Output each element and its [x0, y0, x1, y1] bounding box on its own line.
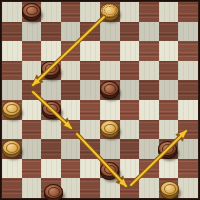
light-square [139, 139, 159, 159]
light-square [41, 41, 61, 61]
square-13[interactable] [100, 41, 120, 61]
light-square [22, 100, 42, 120]
light-square [159, 120, 179, 140]
square-18[interactable] [80, 61, 100, 81]
piece-ring [45, 64, 57, 74]
square-28[interactable] [80, 100, 100, 120]
light-square [22, 178, 42, 198]
square-6[interactable] [2, 22, 22, 42]
light-square [22, 22, 42, 42]
light-square [139, 22, 159, 42]
square-31[interactable] [22, 120, 42, 140]
square-44[interactable] [139, 159, 159, 179]
light-square [61, 178, 81, 198]
square-16[interactable] [2, 61, 22, 81]
light-square [80, 80, 100, 100]
piece-ring [162, 144, 174, 154]
light-square [100, 61, 120, 81]
light-square [2, 41, 22, 61]
black-man-square-40[interactable] [158, 141, 177, 159]
square-25[interactable] [178, 80, 198, 100]
light-square [61, 61, 81, 81]
light-square [178, 178, 198, 198]
square-30[interactable] [159, 100, 179, 120]
light-square [139, 100, 159, 120]
draughts-board-frame [0, 0, 200, 200]
light-square [2, 159, 22, 179]
square-29[interactable] [120, 100, 140, 120]
square-21[interactable] [22, 80, 42, 100]
white-man-square-26[interactable] [2, 101, 21, 119]
light-square [100, 22, 120, 42]
square-15[interactable] [178, 41, 198, 61]
square-49[interactable] [120, 178, 140, 198]
light-square [159, 159, 179, 179]
black-man-square-1[interactable] [22, 3, 41, 21]
square-19[interactable] [120, 61, 140, 81]
square-24[interactable] [139, 80, 159, 100]
piece-ring [46, 104, 58, 114]
light-square [61, 139, 81, 159]
light-square [139, 178, 159, 198]
light-square [22, 61, 42, 81]
square-4[interactable] [139, 2, 159, 22]
light-square [159, 80, 179, 100]
square-37[interactable] [41, 139, 61, 159]
light-square [100, 178, 120, 198]
square-8[interactable] [80, 22, 100, 42]
light-square [2, 2, 22, 22]
light-square [120, 80, 140, 100]
square-42[interactable] [61, 159, 81, 179]
light-square [139, 61, 159, 81]
white-king-square-3[interactable] [100, 3, 119, 21]
square-5[interactable] [178, 2, 198, 22]
square-2[interactable] [61, 2, 81, 22]
light-square [61, 100, 81, 120]
light-square [61, 22, 81, 42]
light-square [178, 100, 198, 120]
piece-ring [48, 187, 60, 197]
square-12[interactable] [61, 41, 81, 61]
piece-ring [6, 143, 18, 153]
square-45[interactable] [178, 159, 198, 179]
black-man-square-43[interactable] [100, 162, 119, 180]
square-32[interactable] [61, 120, 81, 140]
square-14[interactable] [139, 41, 159, 61]
light-square [22, 139, 42, 159]
white-man-square-33[interactable] [100, 120, 119, 138]
square-20[interactable] [159, 61, 179, 81]
black-man-square-23[interactable] [100, 81, 119, 99]
square-46[interactable] [2, 178, 22, 198]
king-crown-ornament [102, 4, 117, 17]
square-9[interactable] [120, 22, 140, 42]
light-square [159, 2, 179, 22]
light-square [80, 120, 100, 140]
square-11[interactable] [22, 41, 42, 61]
light-square [80, 2, 100, 22]
square-41[interactable] [22, 159, 42, 179]
light-square [2, 120, 22, 140]
light-square [120, 159, 140, 179]
square-38[interactable] [80, 139, 100, 159]
square-10[interactable] [159, 22, 179, 42]
square-39[interactable] [120, 139, 140, 159]
black-man-square-17[interactable] [41, 61, 60, 79]
light-square [80, 41, 100, 61]
light-square [100, 100, 120, 120]
white-man-square-36[interactable] [2, 140, 21, 158]
black-man-square-47[interactable] [44, 184, 63, 200]
light-square [80, 159, 100, 179]
square-7[interactable] [41, 22, 61, 42]
light-square [178, 61, 198, 81]
square-34[interactable] [139, 120, 159, 140]
light-square [41, 2, 61, 22]
square-35[interactable] [178, 120, 198, 140]
light-square [41, 120, 61, 140]
light-square [159, 41, 179, 61]
light-square [178, 139, 198, 159]
light-square [2, 80, 22, 100]
light-square [120, 41, 140, 61]
square-22[interactable] [61, 80, 81, 100]
white-man-square-50[interactable] [160, 181, 179, 199]
black-man-square-27[interactable] [42, 101, 61, 119]
light-square [100, 139, 120, 159]
light-square [41, 80, 61, 100]
piece-ring [164, 184, 176, 194]
light-square [178, 22, 198, 42]
square-48[interactable] [80, 178, 100, 198]
light-square [120, 2, 140, 22]
light-square [120, 120, 140, 140]
light-square [41, 159, 61, 179]
draughts-board [2, 2, 198, 198]
